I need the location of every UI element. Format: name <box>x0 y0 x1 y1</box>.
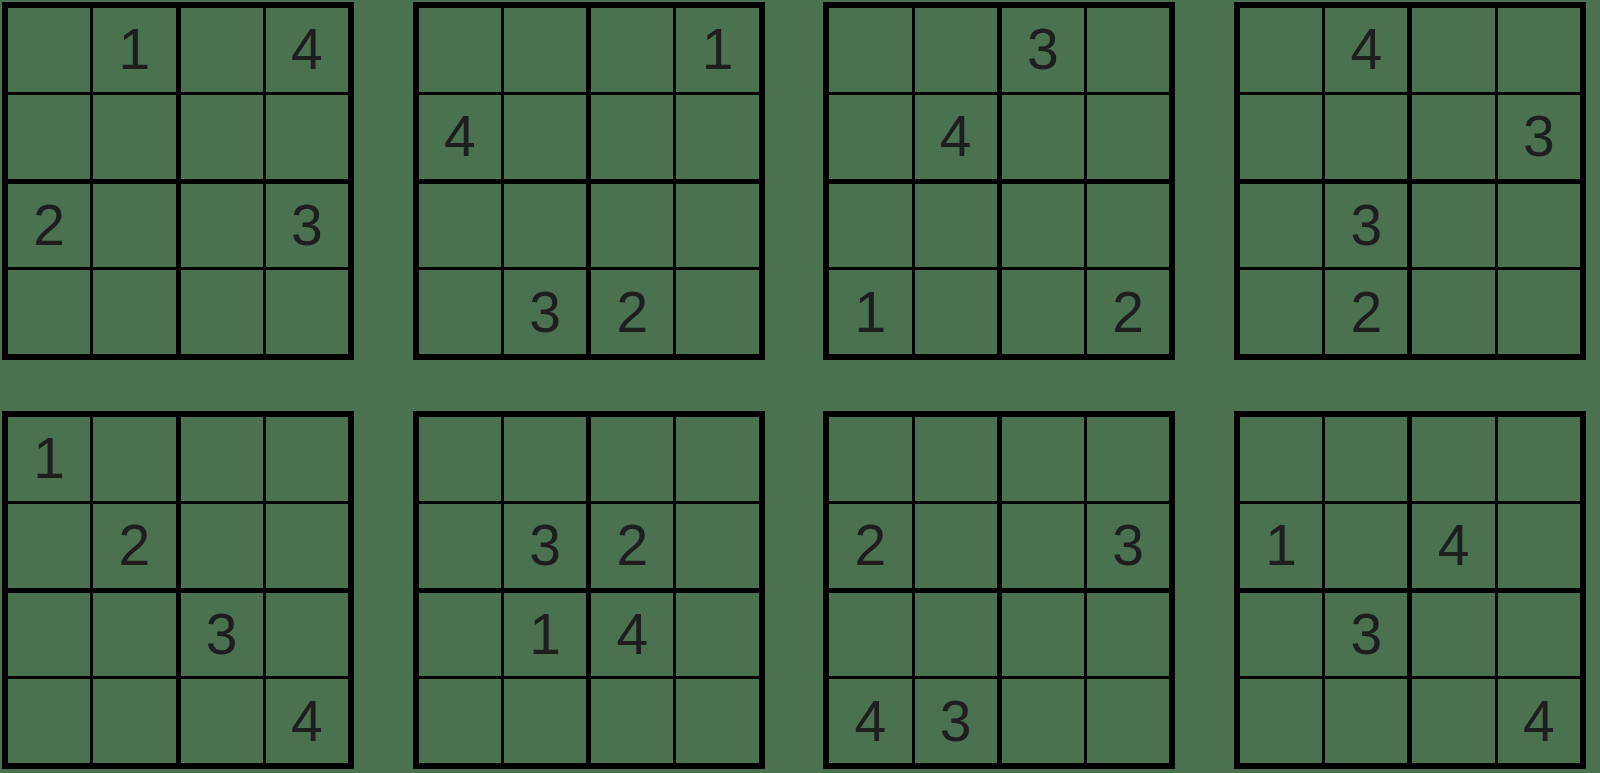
board5-cell-r2c4[interactable] <box>266 504 348 588</box>
sudoku-box <box>181 417 349 588</box>
board7-cell-r3c4[interactable] <box>1087 593 1169 677</box>
sudoku-box: 3 <box>419 417 587 588</box>
board4-cell-r4c4[interactable] <box>1498 270 1580 354</box>
board2-cell-r1c1[interactable] <box>419 8 501 92</box>
board2-cell-r2c2[interactable] <box>504 95 586 179</box>
board4-cell-r4c2: 2 <box>1325 270 1407 354</box>
board8-cell-r4c4: 4 <box>1498 679 1580 763</box>
board1-cell-r2c4[interactable] <box>266 95 348 179</box>
board5-cell-r2c1[interactable] <box>8 504 90 588</box>
board4-cell-r2c4: 3 <box>1498 95 1580 179</box>
board8-cell-r3c3[interactable] <box>1412 593 1494 677</box>
sudoku-box: 1 <box>1240 417 1408 588</box>
board5-cell-r4c2[interactable] <box>93 679 175 763</box>
sudoku-box: 3 <box>1002 8 1170 179</box>
board5-cell-r4c1[interactable] <box>8 679 90 763</box>
board7-cell-r1c1[interactable] <box>829 417 911 501</box>
board1-cell-r4c2[interactable] <box>93 270 175 354</box>
board5-cell-r1c4[interactable] <box>266 417 348 501</box>
board1-cell-r4c3[interactable] <box>181 270 263 354</box>
sudoku-box: 3 <box>419 184 587 355</box>
sudoku-board-8: 1434 <box>1234 411 1586 769</box>
board6-cell-r3c2: 1 <box>504 593 586 677</box>
board3-cell-r3c1[interactable] <box>829 184 911 268</box>
board6-cell-r2c1[interactable] <box>419 504 501 588</box>
sudoku-box <box>8 593 176 764</box>
board6-cell-r1c2[interactable] <box>504 417 586 501</box>
sudoku-box: 1 <box>829 184 997 355</box>
sudoku-box: 2 <box>1002 184 1170 355</box>
board2-cell-r1c2[interactable] <box>504 8 586 92</box>
sudoku-board-3: 4312 <box>823 2 1175 360</box>
board1-cell-r3c3[interactable] <box>181 184 263 268</box>
board3-cell-r4c2[interactable] <box>915 270 997 354</box>
board4-cell-r1c2: 4 <box>1325 8 1407 92</box>
sudoku-box: 12 <box>8 417 176 588</box>
board8-cell-r1c3[interactable] <box>1412 417 1494 501</box>
board5-cell-r1c3[interactable] <box>181 417 263 501</box>
board2-cell-r4c3: 2 <box>591 270 673 354</box>
board2-cell-r2c4[interactable] <box>676 95 758 179</box>
board7-cell-r1c2[interactable] <box>915 417 997 501</box>
board8-cell-r2c1: 1 <box>1240 504 1322 588</box>
board4-cell-r3c1[interactable] <box>1240 184 1322 268</box>
board5-cell-r4c3[interactable] <box>181 679 263 763</box>
board3-cell-r4c3[interactable] <box>1002 270 1084 354</box>
board6-cell-r3c1[interactable] <box>419 593 501 677</box>
board7-cell-r4c2: 3 <box>915 679 997 763</box>
board3-cell-r2c3[interactable] <box>1002 95 1084 179</box>
board6-cell-r4c3[interactable] <box>591 679 673 763</box>
board4-cell-r1c1[interactable] <box>1240 8 1322 92</box>
board5-cell-r1c1: 1 <box>8 417 90 501</box>
board7-cell-r3c3[interactable] <box>1002 593 1084 677</box>
board4-cell-r3c2: 3 <box>1325 184 1407 268</box>
board4-cell-r2c2[interactable] <box>1325 95 1407 179</box>
board3-cell-r3c3[interactable] <box>1002 184 1084 268</box>
board7-cell-r3c1[interactable] <box>829 593 911 677</box>
board7-cell-r4c4[interactable] <box>1087 679 1169 763</box>
board4-cell-r1c3[interactable] <box>1412 8 1494 92</box>
board2-cell-r3c1[interactable] <box>419 184 501 268</box>
board1-cell-r1c2: 1 <box>93 8 175 92</box>
board8-cell-r4c1[interactable] <box>1240 679 1322 763</box>
board3-cell-r3c4[interactable] <box>1087 184 1169 268</box>
board8-cell-r3c2: 3 <box>1325 593 1407 677</box>
board2-cell-r1c4: 1 <box>676 8 758 92</box>
sudoku-box: 1 <box>8 8 176 179</box>
board1-cell-r3c1: 2 <box>8 184 90 268</box>
sudoku-box: 4 <box>1412 593 1580 764</box>
board5-cell-r2c2: 2 <box>93 504 175 588</box>
board8-cell-r2c2[interactable] <box>1325 504 1407 588</box>
board2-cell-r2c1: 4 <box>419 95 501 179</box>
sudoku-box: 3 <box>181 184 349 355</box>
board2-cell-r4c2: 3 <box>504 270 586 354</box>
board3-cell-r4c4: 2 <box>1087 270 1169 354</box>
board1-cell-r1c3[interactable] <box>181 8 263 92</box>
board3-cell-r3c2[interactable] <box>915 184 997 268</box>
board4-cell-r2c3[interactable] <box>1412 95 1494 179</box>
board7-cell-r3c2[interactable] <box>915 593 997 677</box>
board1-cell-r2c2[interactable] <box>93 95 175 179</box>
sudoku-box: 3 <box>1240 593 1408 764</box>
board1-cell-r1c1[interactable] <box>8 8 90 92</box>
board1-cell-r3c4: 3 <box>266 184 348 268</box>
sudoku-box: 2 <box>591 417 759 588</box>
sudoku-box: 1 <box>419 593 587 764</box>
sudoku-box: 3 <box>1412 8 1580 179</box>
board5-cell-r1c2[interactable] <box>93 417 175 501</box>
board3-cell-r2c4[interactable] <box>1087 95 1169 179</box>
board5-cell-r3c3: 3 <box>181 593 263 677</box>
board2-cell-r3c2[interactable] <box>504 184 586 268</box>
board8-cell-r4c2[interactable] <box>1325 679 1407 763</box>
board2-cell-r1c3[interactable] <box>591 8 673 92</box>
board8-cell-r1c4[interactable] <box>1498 417 1580 501</box>
board1-cell-r4c4[interactable] <box>266 270 348 354</box>
board6-cell-r4c1[interactable] <box>419 679 501 763</box>
board2-cell-r3c3[interactable] <box>591 184 673 268</box>
board6-cell-r4c2[interactable] <box>504 679 586 763</box>
board6-cell-r4c4[interactable] <box>676 679 758 763</box>
board3-cell-r4c1: 1 <box>829 270 911 354</box>
board3-cell-r2c2: 4 <box>915 95 997 179</box>
board1-cell-r1c4: 4 <box>266 8 348 92</box>
board2-cell-r4c4[interactable] <box>676 270 758 354</box>
sudoku-board-7: 2343 <box>823 411 1175 769</box>
board8-cell-r1c2[interactable] <box>1325 417 1407 501</box>
board3-cell-r1c1[interactable] <box>829 8 911 92</box>
sudoku-box <box>1002 593 1170 764</box>
sudoku-box: 2 <box>829 417 997 588</box>
sudoku-box: 1 <box>591 8 759 179</box>
sudoku-box <box>1412 184 1580 355</box>
board5-cell-r3c2[interactable] <box>93 593 175 677</box>
board1-cell-r3c2[interactable] <box>93 184 175 268</box>
board7-cell-r2c1: 2 <box>829 504 911 588</box>
board4-cell-r4c1[interactable] <box>1240 270 1322 354</box>
board1-cell-r2c3[interactable] <box>181 95 263 179</box>
board2-cell-r2c3[interactable] <box>591 95 673 179</box>
board4-cell-r1c4[interactable] <box>1498 8 1580 92</box>
board6-cell-r3c4[interactable] <box>676 593 758 677</box>
board8-cell-r2c3: 4 <box>1412 504 1494 588</box>
board5-cell-r3c1[interactable] <box>8 593 90 677</box>
board8-cell-r3c4[interactable] <box>1498 593 1580 677</box>
board5-cell-r3c4[interactable] <box>266 593 348 677</box>
board7-cell-r4c1: 4 <box>829 679 911 763</box>
board7-cell-r2c3[interactable] <box>1002 504 1084 588</box>
board7-cell-r1c3[interactable] <box>1002 417 1084 501</box>
sudoku-box: 2 <box>8 184 176 355</box>
sudoku-board-1: 1423 <box>2 2 354 360</box>
puzzle-sheet: 1423 4132 4312 4332 1234 3214 2343 1434 <box>0 0 1600 773</box>
board6-cell-r2c3: 2 <box>591 504 673 588</box>
sudoku-box: 3 <box>1002 417 1170 588</box>
sudoku-board-5: 1234 <box>2 411 354 769</box>
board8-cell-r2c4[interactable] <box>1498 504 1580 588</box>
board5-cell-r4c4: 4 <box>266 679 348 763</box>
board8-cell-r3c1[interactable] <box>1240 593 1322 677</box>
board3-cell-r1c3: 3 <box>1002 8 1084 92</box>
sudoku-board-2: 4132 <box>413 2 765 360</box>
sudoku-box: 4 <box>181 8 349 179</box>
board6-cell-r2c4[interactable] <box>676 504 758 588</box>
board3-cell-r1c2[interactable] <box>915 8 997 92</box>
board2-cell-r3c4[interactable] <box>676 184 758 268</box>
board7-cell-r2c2[interactable] <box>915 504 997 588</box>
board4-cell-r2c1[interactable] <box>1240 95 1322 179</box>
board5-cell-r2c3[interactable] <box>181 504 263 588</box>
sudoku-box: 4 <box>419 8 587 179</box>
sudoku-box: 34 <box>181 593 349 764</box>
board7-cell-r1c4[interactable] <box>1087 417 1169 501</box>
board6-cell-r1c1[interactable] <box>419 417 501 501</box>
board6-cell-r1c4[interactable] <box>676 417 758 501</box>
sudoku-box: 4 <box>829 8 997 179</box>
board6-cell-r2c2: 3 <box>504 504 586 588</box>
board7-cell-r4c3[interactable] <box>1002 679 1084 763</box>
sudoku-box: 4 <box>1412 417 1580 588</box>
board4-cell-r3c4[interactable] <box>1498 184 1580 268</box>
sudoku-box: 43 <box>829 593 997 764</box>
sudoku-box: 2 <box>591 184 759 355</box>
board8-cell-r1c1[interactable] <box>1240 417 1322 501</box>
board3-cell-r2c1[interactable] <box>829 95 911 179</box>
sudoku-box: 4 <box>591 593 759 764</box>
board4-cell-r4c3[interactable] <box>1412 270 1494 354</box>
board1-cell-r4c1[interactable] <box>8 270 90 354</box>
board3-cell-r1c4[interactable] <box>1087 8 1169 92</box>
board2-cell-r4c1[interactable] <box>419 270 501 354</box>
board4-cell-r3c3[interactable] <box>1412 184 1494 268</box>
sudoku-board-6: 3214 <box>413 411 765 769</box>
board6-cell-r1c3[interactable] <box>591 417 673 501</box>
sudoku-box: 32 <box>1240 184 1408 355</box>
board6-cell-r3c3: 4 <box>591 593 673 677</box>
board1-cell-r2c1[interactable] <box>8 95 90 179</box>
sudoku-box: 4 <box>1240 8 1408 179</box>
board7-cell-r2c4: 3 <box>1087 504 1169 588</box>
sudoku-board-4: 4332 <box>1234 2 1586 360</box>
board8-cell-r4c3[interactable] <box>1412 679 1494 763</box>
